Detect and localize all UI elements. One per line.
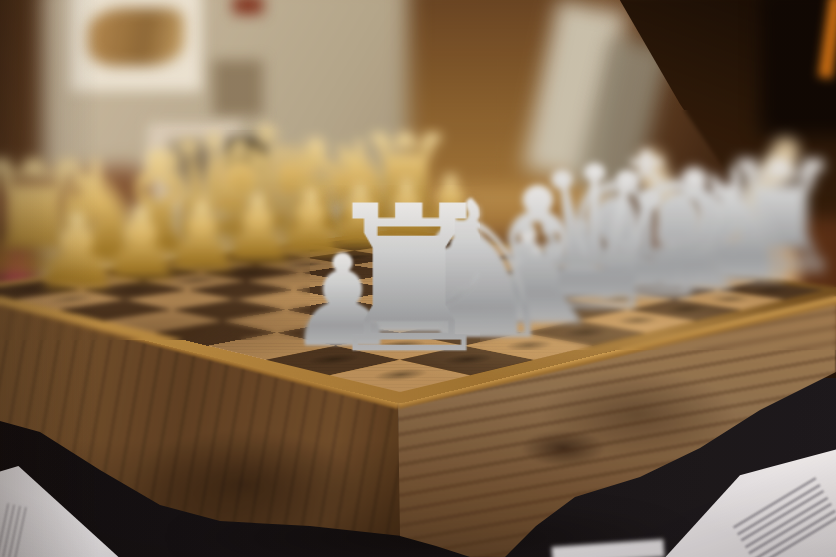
piece-white-rook-a1: ♜ [263, 185, 556, 377]
photo-scene: ♜♞♝♛♚♝♞♜♟♟♟♟♟♟♟♟♟♟♟♟♟♟♟♟♜♞♝♛♚♝♞♜ [0, 0, 836, 557]
red-wall-object [233, 0, 263, 14]
picture-frame-artwork [88, 8, 184, 66]
piece-black-pawn-a7: ♟ [0, 202, 191, 301]
